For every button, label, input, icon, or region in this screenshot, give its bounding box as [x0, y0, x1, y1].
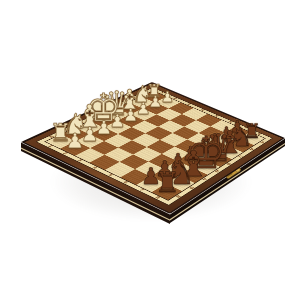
scene: AA11BB22CC33DD44EE55FF66GG77HH88 ♜♞♝♛♚♝♞…	[0, 0, 300, 300]
piece-brown-rook[interactable]: ♜	[154, 169, 179, 197]
piece-white-pawn[interactable]: ♟	[66, 131, 84, 152]
piece-white-pawn[interactable]: ♟	[161, 90, 174, 105]
